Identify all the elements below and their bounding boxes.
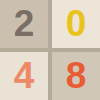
tile-r0c1: 0	[52, 0, 100, 48]
tile-digit-8: 8	[66, 57, 87, 94]
tile-r0c0: 2	[0, 0, 48, 48]
2048-board: 2 0 4 8	[0, 0, 100, 100]
tile-digit-0: 0	[66, 5, 87, 42]
tile-r1c1: 8	[52, 52, 100, 100]
tile-r1c0: 4	[0, 52, 48, 100]
tile-digit-4: 4	[14, 57, 35, 94]
tile-digit-2: 2	[14, 5, 35, 42]
